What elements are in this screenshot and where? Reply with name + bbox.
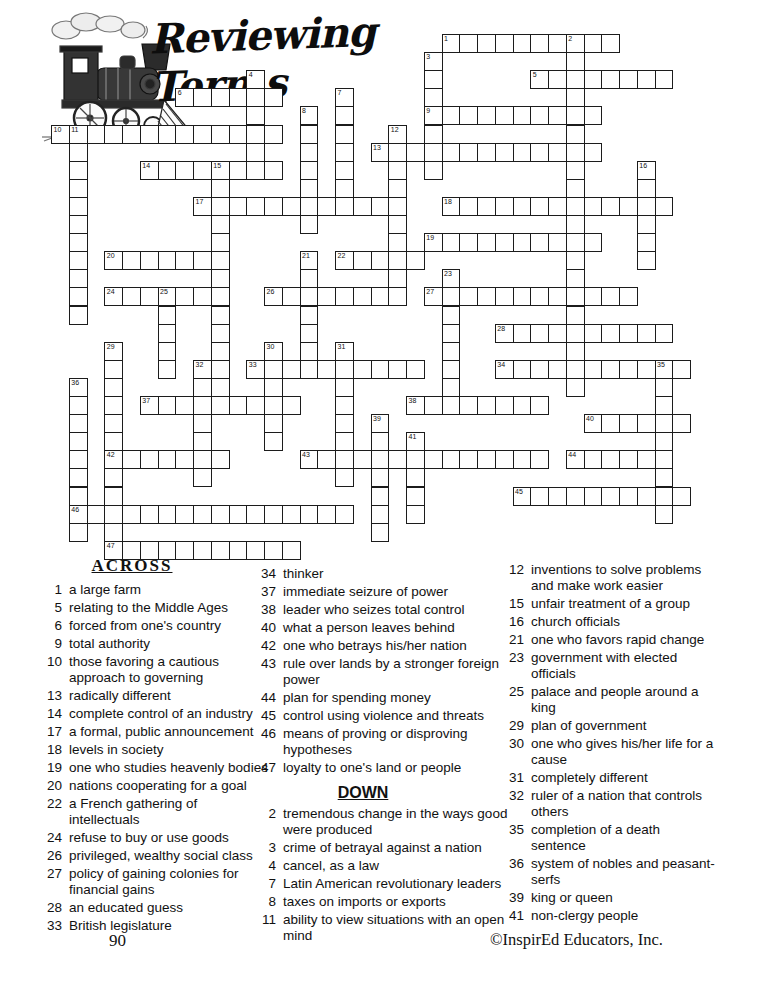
grid-cell[interactable]	[69, 233, 88, 252]
grid-cell[interactable]: 14	[140, 161, 159, 180]
grid-cell[interactable]: 24	[104, 287, 123, 306]
grid-cell[interactable]	[246, 396, 265, 415]
grid-cell[interactable]	[211, 306, 230, 325]
grid-cell[interactable]	[69, 432, 88, 451]
grid-cell[interactable]	[193, 378, 212, 397]
grid-cell[interactable]	[193, 251, 212, 270]
grid-cell[interactable]	[477, 197, 496, 216]
grid-cell[interactable]	[584, 106, 603, 125]
grid-cell[interactable]	[655, 378, 674, 397]
grid-cell[interactable]	[246, 197, 265, 216]
grid-cell[interactable]	[87, 125, 106, 144]
grid-cell[interactable]	[672, 487, 691, 506]
grid-cell[interactable]	[175, 287, 194, 306]
grid-cell[interactable]: 4	[246, 70, 265, 89]
grid-cell[interactable]	[495, 396, 514, 415]
grid-cell[interactable]	[300, 143, 319, 162]
grid-cell[interactable]	[388, 179, 407, 198]
grid-cell[interactable]	[566, 179, 585, 198]
grid-cell[interactable]	[566, 342, 585, 361]
grid-cell[interactable]	[424, 143, 443, 162]
grid-cell[interactable]	[264, 396, 283, 415]
grid-cell[interactable]	[548, 34, 567, 53]
grid-cell[interactable]	[175, 505, 194, 524]
grid-cell[interactable]	[406, 143, 425, 162]
grid-cell[interactable]	[246, 143, 265, 162]
grid-cell[interactable]	[158, 125, 177, 144]
grid-cell[interactable]	[655, 432, 674, 451]
grid-cell[interactable]	[388, 197, 407, 216]
grid-cell[interactable]	[619, 450, 638, 469]
grid-cell[interactable]	[655, 396, 674, 415]
grid-cell[interactable]	[495, 450, 514, 469]
grid-cell[interactable]	[371, 505, 390, 524]
grid-cell[interactable]	[601, 287, 620, 306]
grid-cell[interactable]	[513, 233, 532, 252]
grid-cell[interactable]	[158, 360, 177, 379]
grid-cell[interactable]	[566, 215, 585, 234]
grid-cell[interactable]	[655, 487, 674, 506]
grid-cell[interactable]: 19	[424, 233, 443, 252]
grid-cell[interactable]	[122, 251, 141, 270]
grid-cell[interactable]	[211, 342, 230, 361]
grid-cell[interactable]	[69, 450, 88, 469]
grid-cell[interactable]	[69, 396, 88, 415]
grid-cell[interactable]	[317, 360, 336, 379]
grid-cell[interactable]	[104, 523, 123, 542]
grid-cell[interactable]	[335, 378, 354, 397]
grid-cell[interactable]: 41	[406, 432, 425, 451]
grid-cell[interactable]	[140, 251, 159, 270]
grid-cell[interactable]	[513, 360, 532, 379]
grid-cell[interactable]	[672, 414, 691, 433]
grid-cell[interactable]	[459, 106, 478, 125]
grid-cell[interactable]	[477, 287, 496, 306]
grid-cell[interactable]	[584, 233, 603, 252]
grid-cell[interactable]	[335, 143, 354, 162]
grid-cell[interactable]: 13	[371, 143, 390, 162]
grid-cell[interactable]	[69, 161, 88, 180]
grid-cell[interactable]	[601, 414, 620, 433]
grid-cell[interactable]	[442, 287, 461, 306]
grid-cell[interactable]	[371, 450, 390, 469]
grid-cell[interactable]	[530, 396, 549, 415]
grid-cell[interactable]	[548, 287, 567, 306]
grid-cell[interactable]: 28	[495, 324, 514, 343]
grid-cell[interactable]	[566, 197, 585, 216]
grid-cell[interactable]	[335, 414, 354, 433]
grid-cell[interactable]: 38	[406, 396, 425, 415]
grid-cell[interactable]	[388, 360, 407, 379]
grid-cell[interactable]	[211, 269, 230, 288]
grid-cell[interactable]	[424, 161, 443, 180]
grid-cell[interactable]	[335, 450, 354, 469]
grid-cell[interactable]	[406, 360, 425, 379]
grid-cell[interactable]	[335, 432, 354, 451]
grid-cell[interactable]	[104, 360, 123, 379]
grid-cell[interactable]	[584, 287, 603, 306]
grid-cell[interactable]: 6	[175, 88, 194, 107]
grid-cell[interactable]	[104, 468, 123, 487]
grid-cell[interactable]	[282, 197, 301, 216]
grid-cell[interactable]	[282, 396, 301, 415]
grid-cell[interactable]	[584, 487, 603, 506]
grid-cell[interactable]	[104, 125, 123, 144]
grid-cell[interactable]	[655, 70, 674, 89]
grid-cell[interactable]	[442, 324, 461, 343]
grid-cell[interactable]	[584, 34, 603, 53]
grid-cell[interactable]	[300, 324, 319, 343]
grid-cell[interactable]	[424, 88, 443, 107]
grid-cell[interactable]	[548, 70, 567, 89]
grid-cell[interactable]: 37	[140, 396, 159, 415]
grid-cell[interactable]	[193, 505, 212, 524]
grid-cell[interactable]	[584, 324, 603, 343]
grid-cell[interactable]	[388, 233, 407, 252]
grid-cell[interactable]	[264, 378, 283, 397]
grid-cell[interactable]	[264, 197, 283, 216]
grid-cell[interactable]	[388, 143, 407, 162]
grid-cell[interactable]	[371, 287, 390, 306]
grid-cell[interactable]	[513, 106, 532, 125]
grid-cell[interactable]	[513, 396, 532, 415]
grid-cell[interactable]	[122, 125, 141, 144]
grid-cell[interactable]: 17	[193, 197, 212, 216]
grid-cell[interactable]	[424, 125, 443, 144]
grid-cell[interactable]	[335, 161, 354, 180]
grid-cell[interactable]	[601, 450, 620, 469]
grid-cell[interactable]: 10	[51, 125, 70, 144]
grid-cell[interactable]	[548, 143, 567, 162]
grid-cell[interactable]	[300, 125, 319, 144]
grid-cell[interactable]	[477, 396, 496, 415]
grid-cell[interactable]	[406, 251, 425, 270]
grid-cell[interactable]	[300, 161, 319, 180]
grid-cell[interactable]	[637, 197, 656, 216]
grid-cell[interactable]: 8	[300, 106, 319, 125]
grid-cell[interactable]	[513, 287, 532, 306]
grid-cell[interactable]	[601, 487, 620, 506]
grid-cell[interactable]	[229, 396, 248, 415]
grid-cell[interactable]	[335, 197, 354, 216]
grid-cell[interactable]	[211, 197, 230, 216]
grid-cell[interactable]: 5	[530, 70, 549, 89]
grid-cell[interactable]	[300, 287, 319, 306]
grid-cell[interactable]: 7	[335, 88, 354, 107]
grid-cell[interactable]	[459, 197, 478, 216]
grid-cell[interactable]	[300, 360, 319, 379]
grid-cell[interactable]: 44	[566, 450, 585, 469]
grid-cell[interactable]	[388, 161, 407, 180]
grid-cell[interactable]	[619, 360, 638, 379]
grid-cell[interactable]	[69, 179, 88, 198]
grid-cell[interactable]	[175, 125, 194, 144]
grid-cell[interactable]	[69, 306, 88, 325]
grid-cell[interactable]	[69, 487, 88, 506]
grid-cell[interactable]	[637, 179, 656, 198]
grid-cell[interactable]	[442, 342, 461, 361]
grid-cell[interactable]	[601, 34, 620, 53]
grid-cell[interactable]	[495, 233, 514, 252]
grid-cell[interactable]	[424, 70, 443, 89]
grid-cell[interactable]	[619, 487, 638, 506]
grid-cell[interactable]	[566, 233, 585, 252]
grid-cell[interactable]	[104, 487, 123, 506]
grid-cell[interactable]	[459, 143, 478, 162]
grid-cell[interactable]	[530, 360, 549, 379]
grid-cell[interactable]	[548, 106, 567, 125]
grid-cell[interactable]	[371, 360, 390, 379]
grid-cell[interactable]	[566, 487, 585, 506]
grid-cell[interactable]	[548, 324, 567, 343]
grid-cell[interactable]	[459, 396, 478, 415]
grid-cell[interactable]: 29	[104, 342, 123, 361]
grid-cell[interactable]	[211, 360, 230, 379]
grid-cell[interactable]	[104, 414, 123, 433]
grid-cell[interactable]	[211, 125, 230, 144]
grid-cell[interactable]	[317, 197, 336, 216]
grid-cell[interactable]	[584, 197, 603, 216]
grid-cell[interactable]: 22	[335, 251, 354, 270]
grid-cell[interactable]	[530, 324, 549, 343]
grid-cell[interactable]	[264, 432, 283, 451]
grid-cell[interactable]	[371, 468, 390, 487]
grid-cell[interactable]	[69, 197, 88, 216]
grid-cell[interactable]	[69, 143, 88, 162]
grid-cell[interactable]	[104, 378, 123, 397]
grid-cell[interactable]	[246, 161, 265, 180]
grid-cell[interactable]	[371, 197, 390, 216]
grid-cell[interactable]	[566, 88, 585, 107]
grid-cell[interactable]: 35	[655, 360, 674, 379]
grid-cell[interactable]	[264, 414, 283, 433]
grid-cell[interactable]	[282, 287, 301, 306]
grid-cell[interactable]	[264, 125, 283, 144]
grid-cell[interactable]	[513, 34, 532, 53]
grid-cell[interactable]	[229, 125, 248, 144]
grid-cell[interactable]	[442, 396, 461, 415]
grid-cell[interactable]	[193, 88, 212, 107]
grid-cell[interactable]	[655, 450, 674, 469]
grid-cell[interactable]	[566, 70, 585, 89]
grid-cell[interactable]	[406, 450, 425, 469]
grid-cell[interactable]	[495, 143, 514, 162]
grid-cell[interactable]	[477, 143, 496, 162]
grid-cell[interactable]: 30	[264, 342, 283, 361]
grid-cell[interactable]	[104, 396, 123, 415]
grid-cell[interactable]	[211, 233, 230, 252]
grid-cell[interactable]	[513, 324, 532, 343]
grid-cell[interactable]	[69, 251, 88, 270]
grid-cell[interactable]	[637, 324, 656, 343]
grid-cell[interactable]	[69, 287, 88, 306]
grid-cell[interactable]	[459, 450, 478, 469]
grid-cell[interactable]	[335, 179, 354, 198]
grid-cell[interactable]	[193, 450, 212, 469]
grid-cell[interactable]	[566, 143, 585, 162]
grid-cell[interactable]	[175, 161, 194, 180]
grid-cell[interactable]: 18	[442, 197, 461, 216]
grid-cell[interactable]	[229, 88, 248, 107]
grid-cell[interactable]	[175, 251, 194, 270]
grid-cell[interactable]	[317, 287, 336, 306]
grid-cell[interactable]	[388, 251, 407, 270]
grid-cell[interactable]	[353, 360, 372, 379]
grid-cell[interactable]	[530, 197, 549, 216]
grid-cell[interactable]: 16	[637, 161, 656, 180]
grid-cell[interactable]	[140, 450, 159, 469]
grid-cell[interactable]	[211, 179, 230, 198]
grid-cell[interactable]	[495, 197, 514, 216]
grid-cell[interactable]	[495, 287, 514, 306]
grid-cell[interactable]	[335, 360, 354, 379]
grid-cell[interactable]	[193, 414, 212, 433]
grid-cell[interactable]	[566, 106, 585, 125]
grid-cell[interactable]	[353, 450, 372, 469]
grid-cell[interactable]	[584, 143, 603, 162]
grid-cell[interactable]	[619, 70, 638, 89]
grid-cell[interactable]	[175, 396, 194, 415]
grid-cell[interactable]	[246, 505, 265, 524]
grid-cell[interactable]	[229, 161, 248, 180]
grid-cell[interactable]	[566, 378, 585, 397]
grid-cell[interactable]	[211, 450, 230, 469]
grid-cell[interactable]	[655, 414, 674, 433]
grid-cell[interactable]	[282, 505, 301, 524]
grid-cell[interactable]	[229, 505, 248, 524]
grid-cell[interactable]	[566, 125, 585, 144]
grid-cell[interactable]	[566, 251, 585, 270]
grid-cell[interactable]	[388, 450, 407, 469]
grid-cell[interactable]	[193, 396, 212, 415]
grid-cell[interactable]	[371, 487, 390, 506]
grid-cell[interactable]	[158, 251, 177, 270]
grid-cell[interactable]	[388, 287, 407, 306]
grid-cell[interactable]: 1	[442, 34, 461, 53]
grid-cell[interactable]	[300, 269, 319, 288]
grid-cell[interactable]	[371, 251, 390, 270]
grid-cell[interactable]	[300, 342, 319, 361]
grid-cell[interactable]: 32	[193, 360, 212, 379]
grid-cell[interactable]: 12	[388, 125, 407, 144]
grid-cell[interactable]	[122, 505, 141, 524]
grid-cell[interactable]	[477, 233, 496, 252]
grid-cell[interactable]	[495, 34, 514, 53]
grid-cell[interactable]: 33	[246, 360, 265, 379]
grid-cell[interactable]	[477, 106, 496, 125]
grid-cell[interactable]	[371, 432, 390, 451]
grid-cell[interactable]	[637, 450, 656, 469]
grid-cell[interactable]	[264, 505, 283, 524]
grid-cell[interactable]	[246, 106, 265, 125]
grid-cell[interactable]: 21	[300, 251, 319, 270]
grid-cell[interactable]	[477, 34, 496, 53]
grid-cell[interactable]	[246, 88, 265, 107]
grid-cell[interactable]	[388, 215, 407, 234]
grid-cell[interactable]	[264, 88, 283, 107]
grid-cell[interactable]: 25	[158, 287, 177, 306]
grid-cell[interactable]: 39	[371, 414, 390, 433]
grid-cell[interactable]	[619, 197, 638, 216]
grid-cell[interactable]	[104, 505, 123, 524]
grid-cell[interactable]	[406, 468, 425, 487]
grid-cell[interactable]	[69, 523, 88, 542]
grid-cell[interactable]	[442, 378, 461, 397]
grid-cell[interactable]	[317, 450, 336, 469]
grid-cell[interactable]	[477, 450, 496, 469]
grid-cell[interactable]	[637, 251, 656, 270]
grid-cell[interactable]	[158, 396, 177, 415]
grid-cell[interactable]	[69, 269, 88, 288]
grid-cell[interactable]	[584, 360, 603, 379]
grid-cell[interactable]	[211, 378, 230, 397]
grid-cell[interactable]	[672, 360, 691, 379]
grid-cell[interactable]	[566, 306, 585, 325]
grid-cell[interactable]	[530, 287, 549, 306]
grid-cell[interactable]: 36	[69, 378, 88, 397]
grid-cell[interactable]	[193, 468, 212, 487]
grid-cell[interactable]	[158, 324, 177, 343]
grid-cell[interactable]	[211, 215, 230, 234]
grid-cell[interactable]	[459, 287, 478, 306]
grid-cell[interactable]	[459, 233, 478, 252]
grid-cell[interactable]	[193, 432, 212, 451]
grid-cell[interactable]	[548, 360, 567, 379]
grid-cell[interactable]: 20	[104, 251, 123, 270]
grid-cell[interactable]: 15	[211, 161, 230, 180]
grid-cell[interactable]	[530, 34, 549, 53]
grid-cell[interactable]	[300, 197, 319, 216]
grid-cell[interactable]	[442, 306, 461, 325]
grid-cell[interactable]	[140, 505, 159, 524]
grid-cell[interactable]	[637, 360, 656, 379]
grid-cell[interactable]	[619, 414, 638, 433]
grid-cell[interactable]	[353, 251, 372, 270]
grid-cell[interactable]	[193, 287, 212, 306]
grid-cell[interactable]	[442, 360, 461, 379]
grid-cell[interactable]	[158, 450, 177, 469]
grid-cell[interactable]: 3	[424, 52, 443, 71]
grid-cell[interactable]	[566, 269, 585, 288]
grid-cell[interactable]	[69, 468, 88, 487]
grid-cell[interactable]	[335, 396, 354, 415]
grid-cell[interactable]	[122, 287, 141, 306]
grid-cell[interactable]	[513, 197, 532, 216]
grid-cell[interactable]: 11	[69, 125, 88, 144]
grid-cell[interactable]	[442, 143, 461, 162]
grid-cell[interactable]	[300, 215, 319, 234]
grid-cell[interactable]	[601, 70, 620, 89]
grid-cell[interactable]	[335, 468, 354, 487]
grid-cell[interactable]	[548, 233, 567, 252]
grid-cell[interactable]: 43	[300, 450, 319, 469]
grid-cell[interactable]	[442, 450, 461, 469]
grid-cell[interactable]	[229, 197, 248, 216]
grid-cell[interactable]	[211, 505, 230, 524]
grid-cell[interactable]	[637, 70, 656, 89]
grid-cell[interactable]	[566, 161, 585, 180]
grid-cell[interactable]	[584, 70, 603, 89]
grid-cell[interactable]	[175, 450, 194, 469]
grid-cell[interactable]	[655, 324, 674, 343]
grid-cell[interactable]	[601, 324, 620, 343]
grid-cell[interactable]	[87, 505, 106, 524]
grid-cell[interactable]: 40	[584, 414, 603, 433]
grid-cell[interactable]	[211, 88, 230, 107]
grid-cell[interactable]	[246, 125, 265, 144]
grid-cell[interactable]	[442, 106, 461, 125]
grid-cell[interactable]	[193, 161, 212, 180]
